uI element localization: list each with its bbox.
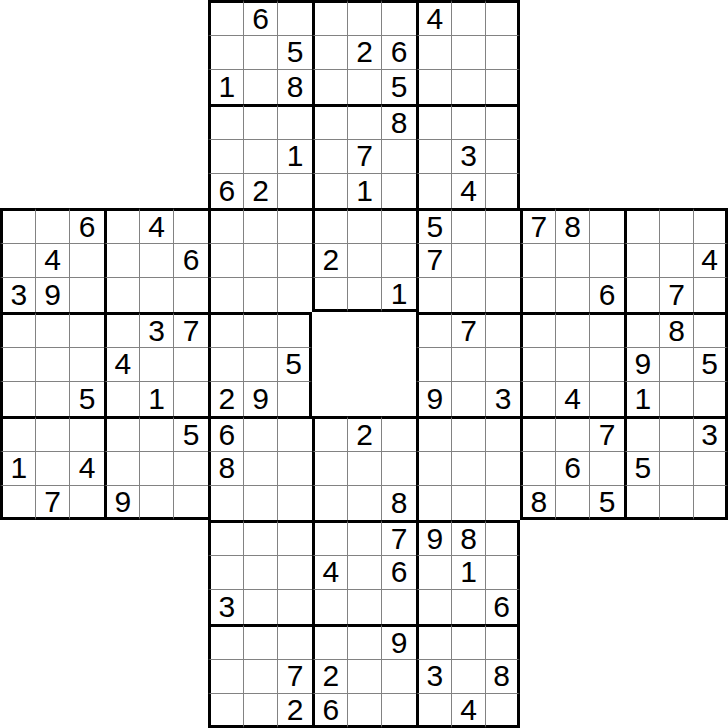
sudoku-cell-r13c1[interactable] bbox=[35, 451, 70, 486]
sudoku-cell-r8c20[interactable] bbox=[693, 277, 728, 312]
sudoku-cell-r8c16[interactable] bbox=[555, 277, 590, 312]
sudoku-cell-r13c0-given[interactable]: 1 bbox=[0, 451, 35, 486]
sudoku-cell-r8c5[interactable] bbox=[173, 277, 208, 312]
sudoku-cell-r11c18-given[interactable]: 1 bbox=[624, 381, 659, 416]
sudoku-cell-r13c8[interactable] bbox=[277, 451, 312, 486]
sudoku-cell-r14c6[interactable] bbox=[208, 485, 243, 520]
sudoku-cell-r17c8[interactable] bbox=[277, 589, 312, 624]
sudoku-cell-r8c15[interactable] bbox=[520, 277, 555, 312]
sudoku-cell-r14c3-given[interactable]: 9 bbox=[104, 485, 139, 520]
sudoku-cell-r20c11[interactable] bbox=[381, 693, 416, 728]
sudoku-cell-r12c9[interactable] bbox=[312, 416, 347, 451]
sudoku-cell-r10c17[interactable] bbox=[589, 347, 624, 382]
sudoku-cell-r13c15[interactable] bbox=[520, 451, 555, 486]
sudoku-cell-r12c19[interactable] bbox=[659, 416, 694, 451]
sudoku-cell-r14c11-given[interactable]: 8 bbox=[381, 485, 416, 520]
sudoku-cell-r1c14[interactable] bbox=[485, 35, 520, 70]
sudoku-cell-r6c19[interactable] bbox=[659, 208, 694, 243]
sudoku-cell-r0c10[interactable] bbox=[347, 0, 382, 35]
sudoku-cell-r10c16[interactable] bbox=[555, 347, 590, 382]
sudoku-cell-r2c9[interactable] bbox=[312, 69, 347, 104]
sudoku-cell-r12c20-given[interactable]: 3 bbox=[693, 416, 728, 451]
sudoku-cell-r14c7[interactable] bbox=[243, 485, 278, 520]
sudoku-cell-r14c14[interactable] bbox=[485, 485, 520, 520]
sudoku-cell-r11c8[interactable] bbox=[277, 381, 312, 416]
sudoku-cell-r3c6[interactable] bbox=[208, 104, 243, 139]
sudoku-cell-r8c6[interactable] bbox=[208, 277, 243, 312]
sudoku-cell-r13c20[interactable] bbox=[693, 451, 728, 486]
sudoku-cell-r1c13[interactable] bbox=[451, 35, 486, 70]
sudoku-cell-r10c7[interactable] bbox=[243, 347, 278, 382]
sudoku-cell-r6c18[interactable] bbox=[624, 208, 659, 243]
sudoku-cell-r9c7[interactable] bbox=[243, 312, 278, 347]
sudoku-cell-r12c1[interactable] bbox=[35, 416, 70, 451]
sudoku-cell-r3c8[interactable] bbox=[277, 104, 312, 139]
sudoku-cell-r14c19[interactable] bbox=[659, 485, 694, 520]
sudoku-cell-r13c3[interactable] bbox=[104, 451, 139, 486]
sudoku-cell-r9c20[interactable] bbox=[693, 312, 728, 347]
sudoku-cell-r10c19[interactable] bbox=[659, 347, 694, 382]
sudoku-cell-r6c9[interactable] bbox=[312, 208, 347, 243]
sudoku-cell-r14c9[interactable] bbox=[312, 485, 347, 520]
sudoku-cell-r9c19-given[interactable]: 8 bbox=[659, 312, 694, 347]
sudoku-cell-r9c12[interactable] bbox=[416, 312, 451, 347]
sudoku-cell-r2c8-given[interactable]: 8 bbox=[277, 69, 312, 104]
sudoku-cell-r12c8[interactable] bbox=[277, 416, 312, 451]
sudoku-cell-r1c11-given[interactable]: 6 bbox=[381, 35, 416, 70]
sudoku-cell-r8c13[interactable] bbox=[451, 277, 486, 312]
sudoku-cell-r4c11[interactable] bbox=[381, 139, 416, 174]
sudoku-cell-r14c16[interactable] bbox=[555, 485, 590, 520]
sudoku-cell-r18c11-given[interactable]: 9 bbox=[381, 624, 416, 659]
sudoku-cell-r8c1-given[interactable]: 9 bbox=[35, 277, 70, 312]
sudoku-cell-r16c11-given[interactable]: 6 bbox=[381, 555, 416, 590]
sudoku-cell-r5c7-given[interactable]: 2 bbox=[243, 173, 278, 208]
sudoku-cell-r4c8-given[interactable]: 1 bbox=[277, 139, 312, 174]
sudoku-cell-r11c4-given[interactable]: 1 bbox=[139, 381, 174, 416]
sudoku-cell-r10c8-given[interactable]: 5 bbox=[277, 347, 312, 382]
sudoku-cell-r9c17[interactable] bbox=[589, 312, 624, 347]
sudoku-cell-r19c9-given[interactable]: 2 bbox=[312, 659, 347, 694]
sudoku-cell-r6c10[interactable] bbox=[347, 208, 382, 243]
sudoku-cell-r7c1-given[interactable]: 4 bbox=[35, 243, 70, 278]
sudoku-cell-r20c8-given[interactable]: 2 bbox=[277, 693, 312, 728]
sudoku-cell-r2c12[interactable] bbox=[416, 69, 451, 104]
sudoku-cell-r18c8[interactable] bbox=[277, 624, 312, 659]
sudoku-cell-r10c4[interactable] bbox=[139, 347, 174, 382]
sudoku-cell-r13c13[interactable] bbox=[451, 451, 486, 486]
sudoku-cell-r14c17-given[interactable]: 5 bbox=[589, 485, 624, 520]
sudoku-cell-r7c17[interactable] bbox=[589, 243, 624, 278]
sudoku-cell-r19c8-given[interactable]: 7 bbox=[277, 659, 312, 694]
sudoku-cell-r8c11-given[interactable]: 1 bbox=[381, 277, 416, 312]
sudoku-cell-r15c11-given[interactable]: 7 bbox=[381, 520, 416, 555]
sudoku-cell-r8c7[interactable] bbox=[243, 277, 278, 312]
sudoku-cell-r10c0[interactable] bbox=[0, 347, 35, 382]
sudoku-cell-r7c19[interactable] bbox=[659, 243, 694, 278]
sudoku-cell-r2c14[interactable] bbox=[485, 69, 520, 104]
sudoku-cell-r13c6-given[interactable]: 8 bbox=[208, 451, 243, 486]
sudoku-cell-r11c3[interactable] bbox=[104, 381, 139, 416]
sudoku-cell-r8c8[interactable] bbox=[277, 277, 312, 312]
sudoku-cell-r18c9[interactable] bbox=[312, 624, 347, 659]
sudoku-cell-r0c6[interactable] bbox=[208, 0, 243, 35]
sudoku-cell-r6c7[interactable] bbox=[243, 208, 278, 243]
sudoku-cell-r7c13[interactable] bbox=[451, 243, 486, 278]
sudoku-cell-r14c2[interactable] bbox=[69, 485, 104, 520]
sudoku-cell-r18c14[interactable] bbox=[485, 624, 520, 659]
sudoku-cell-r8c9[interactable] bbox=[312, 277, 347, 312]
sudoku-cell-r7c6[interactable] bbox=[208, 243, 243, 278]
sudoku-cell-r4c9[interactable] bbox=[312, 139, 347, 174]
sudoku-cell-r9c6[interactable] bbox=[208, 312, 243, 347]
sudoku-cell-r12c6-given[interactable]: 6 bbox=[208, 416, 243, 451]
sudoku-cell-r12c15[interactable] bbox=[520, 416, 555, 451]
sudoku-cell-r12c11[interactable] bbox=[381, 416, 416, 451]
sudoku-cell-r20c13-given[interactable]: 4 bbox=[451, 693, 486, 728]
sudoku-cell-r9c4-given[interactable]: 3 bbox=[139, 312, 174, 347]
sudoku-cell-r0c13[interactable] bbox=[451, 0, 486, 35]
sudoku-cell-r9c5-given[interactable]: 7 bbox=[173, 312, 208, 347]
sudoku-cell-r12c0[interactable] bbox=[0, 416, 35, 451]
sudoku-cell-r18c7[interactable] bbox=[243, 624, 278, 659]
sudoku-cell-r12c17-given[interactable]: 7 bbox=[589, 416, 624, 451]
sudoku-cell-r9c16[interactable] bbox=[555, 312, 590, 347]
sudoku-cell-r6c12-given[interactable]: 5 bbox=[416, 208, 451, 243]
sudoku-cell-r7c4[interactable] bbox=[139, 243, 174, 278]
sudoku-cell-r2c6-given[interactable]: 1 bbox=[208, 69, 243, 104]
sudoku-cell-r13c9[interactable] bbox=[312, 451, 347, 486]
sudoku-cell-r1c9[interactable] bbox=[312, 35, 347, 70]
sudoku-cell-r14c18[interactable] bbox=[624, 485, 659, 520]
sudoku-cell-r20c14[interactable] bbox=[485, 693, 520, 728]
sudoku-cell-r4c6[interactable] bbox=[208, 139, 243, 174]
sudoku-cell-r14c1-given[interactable]: 7 bbox=[35, 485, 70, 520]
sudoku-cell-r19c14-given[interactable]: 8 bbox=[485, 659, 520, 694]
sudoku-cell-r16c10[interactable] bbox=[347, 555, 382, 590]
sudoku-cell-r15c9[interactable] bbox=[312, 520, 347, 555]
sudoku-cell-r19c11[interactable] bbox=[381, 659, 416, 694]
sudoku-cell-r8c10[interactable] bbox=[347, 277, 382, 312]
sudoku-cell-r11c1[interactable] bbox=[35, 381, 70, 416]
sudoku-cell-r20c9-given[interactable]: 6 bbox=[312, 693, 347, 728]
sudoku-cell-r19c7[interactable] bbox=[243, 659, 278, 694]
sudoku-cell-r18c12[interactable] bbox=[416, 624, 451, 659]
sudoku-cell-r9c8[interactable] bbox=[277, 312, 312, 347]
sudoku-cell-r13c19[interactable] bbox=[659, 451, 694, 486]
sudoku-cell-r5c6-given[interactable]: 6 bbox=[208, 173, 243, 208]
sudoku-cell-r6c3[interactable] bbox=[104, 208, 139, 243]
sudoku-cell-r10c20-given[interactable]: 5 bbox=[693, 347, 728, 382]
sudoku-cell-r17c11[interactable] bbox=[381, 589, 416, 624]
sudoku-cell-r10c6[interactable] bbox=[208, 347, 243, 382]
sudoku-cell-r6c15-given[interactable]: 7 bbox=[520, 208, 555, 243]
sudoku-cell-r13c2-given[interactable]: 4 bbox=[69, 451, 104, 486]
sudoku-cell-r15c6[interactable] bbox=[208, 520, 243, 555]
sudoku-cell-r12c4[interactable] bbox=[139, 416, 174, 451]
sudoku-cell-r7c10[interactable] bbox=[347, 243, 382, 278]
sudoku-cell-r4c12[interactable] bbox=[416, 139, 451, 174]
sudoku-cell-r8c0-given[interactable]: 3 bbox=[0, 277, 35, 312]
sudoku-cell-r9c15[interactable] bbox=[520, 312, 555, 347]
sudoku-cell-r16c8[interactable] bbox=[277, 555, 312, 590]
sudoku-cell-r12c16[interactable] bbox=[555, 416, 590, 451]
sudoku-cell-r10c18-given[interactable]: 9 bbox=[624, 347, 659, 382]
sudoku-cell-r8c17-given[interactable]: 6 bbox=[589, 277, 624, 312]
sudoku-cell-r4c13-given[interactable]: 3 bbox=[451, 139, 486, 174]
sudoku-cell-r13c7[interactable] bbox=[243, 451, 278, 486]
sudoku-cell-r2c10[interactable] bbox=[347, 69, 382, 104]
sudoku-cell-r15c7[interactable] bbox=[243, 520, 278, 555]
sudoku-cell-r5c12[interactable] bbox=[416, 173, 451, 208]
sudoku-cell-r16c7[interactable] bbox=[243, 555, 278, 590]
sudoku-cell-r1c7[interactable] bbox=[243, 35, 278, 70]
sudoku-cell-r14c15-given[interactable]: 8 bbox=[520, 485, 555, 520]
sudoku-cell-r10c14[interactable] bbox=[485, 347, 520, 382]
sudoku-cell-r6c11[interactable] bbox=[381, 208, 416, 243]
sudoku-cell-r6c16-given[interactable]: 8 bbox=[555, 208, 590, 243]
sudoku-cell-r13c11[interactable] bbox=[381, 451, 416, 486]
sudoku-cell-r16c6[interactable] bbox=[208, 555, 243, 590]
sudoku-cell-r5c8[interactable] bbox=[277, 173, 312, 208]
sudoku-cell-r6c2-given[interactable]: 6 bbox=[69, 208, 104, 243]
sudoku-cell-r6c14[interactable] bbox=[485, 208, 520, 243]
sudoku-cell-r3c9[interactable] bbox=[312, 104, 347, 139]
sudoku-cell-r13c5[interactable] bbox=[173, 451, 208, 486]
sudoku-cell-r8c3[interactable] bbox=[104, 277, 139, 312]
sudoku-cell-r7c2[interactable] bbox=[69, 243, 104, 278]
sudoku-cell-r0c12-given[interactable]: 4 bbox=[416, 0, 451, 35]
sudoku-cell-r14c12[interactable] bbox=[416, 485, 451, 520]
sudoku-cell-r11c17[interactable] bbox=[589, 381, 624, 416]
sudoku-cell-r0c11[interactable] bbox=[381, 0, 416, 35]
sudoku-cell-r16c12[interactable] bbox=[416, 555, 451, 590]
sudoku-cell-r11c13[interactable] bbox=[451, 381, 486, 416]
sudoku-cell-r8c18[interactable] bbox=[624, 277, 659, 312]
sudoku-cell-r13c16-given[interactable]: 6 bbox=[555, 451, 590, 486]
sudoku-cell-r6c5[interactable] bbox=[173, 208, 208, 243]
sudoku-cell-r17c13[interactable] bbox=[451, 589, 486, 624]
sudoku-cell-r18c6[interactable] bbox=[208, 624, 243, 659]
sudoku-cell-r4c7[interactable] bbox=[243, 139, 278, 174]
sudoku-cell-r19c10[interactable] bbox=[347, 659, 382, 694]
sudoku-cell-r11c19[interactable] bbox=[659, 381, 694, 416]
sudoku-cell-r17c12[interactable] bbox=[416, 589, 451, 624]
sudoku-cell-r7c16[interactable] bbox=[555, 243, 590, 278]
sudoku-cell-r11c0[interactable] bbox=[0, 381, 35, 416]
sudoku-cell-r6c20[interactable] bbox=[693, 208, 728, 243]
sudoku-cell-r9c14[interactable] bbox=[485, 312, 520, 347]
sudoku-cell-r3c10[interactable] bbox=[347, 104, 382, 139]
sudoku-cell-r10c3-given[interactable]: 4 bbox=[104, 347, 139, 382]
sudoku-cell-r17c14-given[interactable]: 6 bbox=[485, 589, 520, 624]
sudoku-cell-r20c7[interactable] bbox=[243, 693, 278, 728]
sudoku-cell-r0c8[interactable] bbox=[277, 0, 312, 35]
sudoku-cell-r17c6-given[interactable]: 3 bbox=[208, 589, 243, 624]
sudoku-cell-r5c11[interactable] bbox=[381, 173, 416, 208]
sudoku-cell-r14c5[interactable] bbox=[173, 485, 208, 520]
sudoku-cell-r7c11[interactable] bbox=[381, 243, 416, 278]
sudoku-cell-r6c13[interactable] bbox=[451, 208, 486, 243]
sudoku-cell-r3c7[interactable] bbox=[243, 104, 278, 139]
sudoku-cell-r11c6-given[interactable]: 2 bbox=[208, 381, 243, 416]
sudoku-cell-r9c0[interactable] bbox=[0, 312, 35, 347]
sudoku-cell-r1c8-given[interactable]: 5 bbox=[277, 35, 312, 70]
sudoku-cell-r12c14[interactable] bbox=[485, 416, 520, 451]
sudoku-cell-r17c7[interactable] bbox=[243, 589, 278, 624]
sudoku-cell-r11c7-given[interactable]: 9 bbox=[243, 381, 278, 416]
sudoku-cell-r16c9-given[interactable]: 4 bbox=[312, 555, 347, 590]
sudoku-cell-r7c5-given[interactable]: 6 bbox=[173, 243, 208, 278]
sudoku-cell-r3c13[interactable] bbox=[451, 104, 486, 139]
sudoku-cell-r14c4[interactable] bbox=[139, 485, 174, 520]
sudoku-cell-r14c13[interactable] bbox=[451, 485, 486, 520]
sudoku-cell-r14c10[interactable] bbox=[347, 485, 382, 520]
sudoku-cell-r8c14[interactable] bbox=[485, 277, 520, 312]
sudoku-cell-r14c20[interactable] bbox=[693, 485, 728, 520]
sudoku-cell-r4c14[interactable] bbox=[485, 139, 520, 174]
sudoku-cell-r11c14-given[interactable]: 3 bbox=[485, 381, 520, 416]
sudoku-cell-r8c12[interactable] bbox=[416, 277, 451, 312]
sudoku-cell-r12c13[interactable] bbox=[451, 416, 486, 451]
sudoku-cell-r1c6[interactable] bbox=[208, 35, 243, 70]
sudoku-cell-r10c12[interactable] bbox=[416, 347, 451, 382]
sudoku-cell-r9c18[interactable] bbox=[624, 312, 659, 347]
sudoku-cell-r6c6[interactable] bbox=[208, 208, 243, 243]
sudoku-cell-r20c12[interactable] bbox=[416, 693, 451, 728]
sudoku-cell-r6c0[interactable] bbox=[0, 208, 35, 243]
sudoku-cell-r9c2[interactable] bbox=[69, 312, 104, 347]
sudoku-cell-r11c15[interactable] bbox=[520, 381, 555, 416]
sudoku-cell-r13c17[interactable] bbox=[589, 451, 624, 486]
sudoku-cell-r3c11-given[interactable]: 8 bbox=[381, 104, 416, 139]
sudoku-cell-r18c13[interactable] bbox=[451, 624, 486, 659]
sudoku-cell-r19c12-given[interactable]: 3 bbox=[416, 659, 451, 694]
sudoku-cell-r8c4[interactable] bbox=[139, 277, 174, 312]
sudoku-cell-r12c5-given[interactable]: 5 bbox=[173, 416, 208, 451]
sudoku-cell-r13c4[interactable] bbox=[139, 451, 174, 486]
sudoku-cell-r7c9-given[interactable]: 2 bbox=[312, 243, 347, 278]
sudoku-cell-r11c16-given[interactable]: 4 bbox=[555, 381, 590, 416]
sudoku-cell-r3c12[interactable] bbox=[416, 104, 451, 139]
sudoku-cell-r10c15[interactable] bbox=[520, 347, 555, 382]
sudoku-cell-r7c7[interactable] bbox=[243, 243, 278, 278]
sudoku-cell-r6c1[interactable] bbox=[35, 208, 70, 243]
sudoku-cell-r15c14[interactable] bbox=[485, 520, 520, 555]
sudoku-cell-r2c13[interactable] bbox=[451, 69, 486, 104]
sudoku-cell-r7c14[interactable] bbox=[485, 243, 520, 278]
sudoku-cell-r6c17[interactable] bbox=[589, 208, 624, 243]
sudoku-cell-r0c14[interactable] bbox=[485, 0, 520, 35]
sudoku-cell-r10c5[interactable] bbox=[173, 347, 208, 382]
sudoku-cell-r2c7[interactable] bbox=[243, 69, 278, 104]
sudoku-cell-r20c10[interactable] bbox=[347, 693, 382, 728]
sudoku-cell-r0c7-given[interactable]: 6 bbox=[243, 0, 278, 35]
sudoku-cell-r20c6[interactable] bbox=[208, 693, 243, 728]
sudoku-cell-r14c8[interactable] bbox=[277, 485, 312, 520]
sudoku-cell-r4c10-given[interactable]: 7 bbox=[347, 139, 382, 174]
sudoku-cell-r0c9[interactable] bbox=[312, 0, 347, 35]
sudoku-cell-r11c2-given[interactable]: 5 bbox=[69, 381, 104, 416]
sudoku-cell-r8c2[interactable] bbox=[69, 277, 104, 312]
sudoku-cell-r11c12-given[interactable]: 9 bbox=[416, 381, 451, 416]
sudoku-cell-r7c18[interactable] bbox=[624, 243, 659, 278]
sudoku-cell-r3c14[interactable] bbox=[485, 104, 520, 139]
sudoku-cell-r7c0[interactable] bbox=[0, 243, 35, 278]
sudoku-board: 6452618581736214645784627439167377845955… bbox=[0, 0, 728, 728]
sudoku-cell-r12c7[interactable] bbox=[243, 416, 278, 451]
sudoku-cell-r15c12-given[interactable]: 9 bbox=[416, 520, 451, 555]
sudoku-cell-r12c12[interactable] bbox=[416, 416, 451, 451]
sudoku-cell-r17c10[interactable] bbox=[347, 589, 382, 624]
sudoku-cell-r16c13-given[interactable]: 1 bbox=[451, 555, 486, 590]
sudoku-cell-r7c8[interactable] bbox=[277, 243, 312, 278]
sudoku-cell-r7c15[interactable] bbox=[520, 243, 555, 278]
sudoku-cell-r5c10-given[interactable]: 1 bbox=[347, 173, 382, 208]
sudoku-cell-r5c13-given[interactable]: 4 bbox=[451, 173, 486, 208]
sudoku-cell-r10c2[interactable] bbox=[69, 347, 104, 382]
sudoku-cell-r15c10[interactable] bbox=[347, 520, 382, 555]
sudoku-cell-r7c12-given[interactable]: 7 bbox=[416, 243, 451, 278]
sudoku-cell-r9c13-given[interactable]: 7 bbox=[451, 312, 486, 347]
sudoku-cell-r13c14[interactable] bbox=[485, 451, 520, 486]
sudoku-cell-r5c9[interactable] bbox=[312, 173, 347, 208]
sudoku-cell-r17c9[interactable] bbox=[312, 589, 347, 624]
sudoku-cell-r10c1[interactable] bbox=[35, 347, 70, 382]
sudoku-cell-r11c5[interactable] bbox=[173, 381, 208, 416]
sudoku-cell-r9c1[interactable] bbox=[35, 312, 70, 347]
sudoku-cell-r14c0[interactable] bbox=[0, 485, 35, 520]
sudoku-cell-r2c11-given[interactable]: 5 bbox=[381, 69, 416, 104]
sudoku-cell-r18c10[interactable] bbox=[347, 624, 382, 659]
sudoku-cell-r19c13[interactable] bbox=[451, 659, 486, 694]
sudoku-cell-r12c10-given[interactable]: 2 bbox=[347, 416, 382, 451]
sudoku-cell-r1c12[interactable] bbox=[416, 35, 451, 70]
sudoku-cell-r1c10-given[interactable]: 2 bbox=[347, 35, 382, 70]
sudoku-cell-r19c6[interactable] bbox=[208, 659, 243, 694]
sudoku-cell-r15c8[interactable] bbox=[277, 520, 312, 555]
sudoku-cell-r6c4-given[interactable]: 4 bbox=[139, 208, 174, 243]
sudoku-cell-r12c18[interactable] bbox=[624, 416, 659, 451]
sudoku-cell-r13c12[interactable] bbox=[416, 451, 451, 486]
sudoku-cell-r8c19-given[interactable]: 7 bbox=[659, 277, 694, 312]
sudoku-cell-r11c20[interactable] bbox=[693, 381, 728, 416]
sudoku-cell-r7c3[interactable] bbox=[104, 243, 139, 278]
sudoku-cell-r12c2[interactable] bbox=[69, 416, 104, 451]
sudoku-cell-r12c3[interactable] bbox=[104, 416, 139, 451]
sudoku-cell-r5c14[interactable] bbox=[485, 173, 520, 208]
sudoku-cell-r13c18-given[interactable]: 5 bbox=[624, 451, 659, 486]
sudoku-cell-r7c20-given[interactable]: 4 bbox=[693, 243, 728, 278]
sudoku-cell-r10c13[interactable] bbox=[451, 347, 486, 382]
sudoku-cell-r9c3[interactable] bbox=[104, 312, 139, 347]
sudoku-cell-r13c10[interactable] bbox=[347, 451, 382, 486]
sudoku-cell-r15c13-given[interactable]: 8 bbox=[451, 520, 486, 555]
sudoku-cell-r6c8[interactable] bbox=[277, 208, 312, 243]
sudoku-cell-r16c14[interactable] bbox=[485, 555, 520, 590]
